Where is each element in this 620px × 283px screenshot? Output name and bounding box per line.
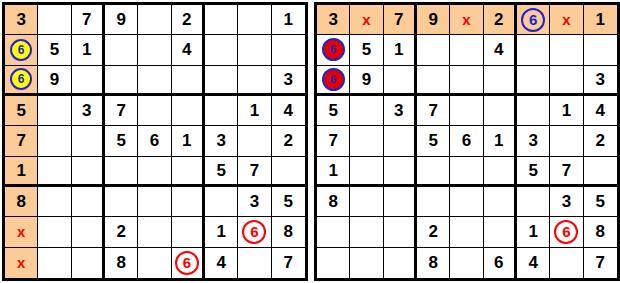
cell-r3c2[interactable]: 9: [350, 66, 383, 96]
given-digit: 1: [596, 11, 605, 28]
given-digit: 7: [562, 162, 571, 179]
cell-r2c7[interactable]: [517, 35, 550, 65]
cell-r6c5[interactable]: [138, 157, 171, 187]
cell-r6c6[interactable]: [172, 157, 205, 187]
given-digit: 9: [428, 11, 437, 28]
cell-r9c8[interactable]: [550, 248, 583, 278]
cell-r7c3[interactable]: [384, 187, 417, 217]
cell-r5c1[interactable]: 7: [5, 126, 38, 156]
cell-r3c8[interactable]: [550, 66, 583, 96]
given-digit: 7: [16, 132, 25, 149]
cell-r5c2[interactable]: [350, 126, 383, 156]
cell-r8c9[interactable]: 8: [272, 217, 305, 247]
cell-r4c7[interactable]: [205, 96, 238, 126]
cell-r1c9[interactable]: 1: [584, 5, 617, 35]
cell-r2c4[interactable]: [417, 35, 450, 65]
cell-r7c5[interactable]: [450, 187, 483, 217]
cell-r4c1[interactable]: 5: [317, 96, 350, 126]
cell-r6c5[interactable]: [450, 157, 483, 187]
given-digit: 1: [250, 102, 259, 119]
given-digit: 1: [528, 223, 537, 240]
cell-r7c9[interactable]: 5: [272, 187, 305, 217]
cell-r5c3[interactable]: [384, 126, 417, 156]
cell-r3c9[interactable]: 3: [584, 66, 617, 96]
cell-r5c6[interactable]: 1: [484, 126, 517, 156]
cell-r5c4[interactable]: 5: [105, 126, 138, 156]
cell-r2c5[interactable]: [450, 35, 483, 65]
cell-r9c1[interactable]: x: [5, 248, 38, 278]
given-digit: 3: [596, 71, 605, 88]
cell-r5c7[interactable]: 3: [517, 126, 550, 156]
cell-r7c6[interactable]: [484, 187, 517, 217]
given-digit: 6: [494, 254, 503, 271]
cell-r5c5[interactable]: 6: [138, 126, 171, 156]
cell-r7c2[interactable]: [350, 187, 383, 217]
cell-r5c8[interactable]: [550, 126, 583, 156]
given-digit: 1: [16, 162, 25, 179]
cell-r4c9[interactable]: 4: [584, 96, 617, 126]
given-digit: 7: [596, 254, 605, 271]
cell-r9c6[interactable]: 6: [172, 248, 205, 278]
cell-r4c2[interactable]: [350, 96, 383, 126]
cell-r8c6[interactable]: [484, 217, 517, 247]
cell-r1c8[interactable]: x: [550, 5, 583, 35]
cell-r3c6[interactable]: [172, 66, 205, 96]
cell-r9c2[interactable]: [38, 248, 71, 278]
given-digit: 3: [328, 11, 337, 28]
given-digit: 5: [328, 102, 337, 119]
given-digit: 7: [284, 254, 293, 271]
cell-r7c8[interactable]: 3: [550, 187, 583, 217]
candidate-6-red-filled-circle: 6: [322, 68, 345, 91]
cell-r8c8[interactable]: 6: [550, 217, 583, 247]
cell-r2c8[interactable]: [550, 35, 583, 65]
cell-r4c3[interactable]: 3: [72, 96, 105, 126]
cell-r9c8[interactable]: [238, 248, 271, 278]
cell-r3c3[interactable]: [384, 66, 417, 96]
eliminated-x-mark: x: [17, 224, 25, 239]
given-6-red-circle: 6: [242, 220, 266, 244]
cell-r8c7[interactable]: 1: [517, 217, 550, 247]
cell-r1c1[interactable]: 3: [317, 5, 350, 35]
cell-r6c7[interactable]: 5: [205, 157, 238, 187]
cell-r9c3[interactable]: [384, 248, 417, 278]
cell-r6c3[interactable]: [72, 157, 105, 187]
cell-r7c4[interactable]: [417, 187, 450, 217]
cell-r6c6[interactable]: [484, 157, 517, 187]
given-digit: 6: [150, 132, 159, 149]
cell-r6c1[interactable]: 1: [5, 157, 38, 187]
cell-r1c6[interactable]: 2: [484, 5, 517, 35]
given-digit: 2: [182, 11, 191, 28]
given-digit: 1: [82, 41, 91, 58]
cell-r3c5[interactable]: [450, 66, 483, 96]
given-digit: 8: [328, 193, 337, 210]
cell-r3c2[interactable]: 9: [38, 66, 71, 96]
given-digit: 4: [284, 102, 293, 119]
cell-r4c4[interactable]: 7: [105, 96, 138, 126]
cell-r8c4[interactable]: 2: [417, 217, 450, 247]
cell-r7c4[interactable]: [105, 187, 138, 217]
cell-r8c1[interactable]: x: [5, 217, 38, 247]
given-digit: 4: [182, 41, 191, 58]
cell-r9c5[interactable]: [450, 248, 483, 278]
cell-r9c7[interactable]: 4: [205, 248, 238, 278]
given-digit: 1: [562, 102, 571, 119]
cell-r5c9[interactable]: 2: [272, 126, 305, 156]
cell-r6c3[interactable]: [384, 157, 417, 187]
cell-r2c5[interactable]: [138, 35, 171, 65]
cell-r4c6[interactable]: [172, 96, 205, 126]
cell-r8c3[interactable]: [72, 217, 105, 247]
placed-6-blue-circle: 6: [521, 8, 545, 32]
cell-r4c9[interactable]: 4: [272, 96, 305, 126]
cell-r4c5[interactable]: [450, 96, 483, 126]
cell-r6c2[interactable]: [350, 157, 383, 187]
cell-r9c6[interactable]: 6: [484, 248, 517, 278]
cell-r5c5[interactable]: 6: [450, 126, 483, 156]
given-digit: 8: [16, 193, 25, 210]
cell-r7c9[interactable]: 5: [584, 187, 617, 217]
cell-r2c4[interactable]: [105, 35, 138, 65]
given-digit: 3: [82, 102, 91, 119]
cell-r4c1[interactable]: 5: [5, 96, 38, 126]
candidate-6-yellow-circle: 6: [10, 68, 32, 90]
cell-r5c6[interactable]: 1: [172, 126, 205, 156]
cell-r3c4[interactable]: [417, 66, 450, 96]
cell-r4c8[interactable]: 1: [238, 96, 271, 126]
given-digit: 4: [596, 102, 605, 119]
cell-r3c5[interactable]: [138, 66, 171, 96]
cell-r8c3[interactable]: [384, 217, 417, 247]
candidate-6-red-filled-circle: 6: [322, 38, 345, 61]
cell-r8c7[interactable]: 1: [205, 217, 238, 247]
given-digit: 5: [16, 102, 25, 119]
cell-r8c5[interactable]: [450, 217, 483, 247]
cell-r1c4[interactable]: 9: [417, 5, 450, 35]
cell-r1c5[interactable]: x: [450, 5, 483, 35]
cell-r6c9[interactable]: [272, 157, 305, 187]
given-digit: 9: [50, 71, 59, 88]
cell-r7c1[interactable]: 8: [317, 187, 350, 217]
cell-r7c6[interactable]: [172, 187, 205, 217]
cell-r4c8[interactable]: 1: [550, 96, 583, 126]
cell-r2c2[interactable]: 5: [38, 35, 71, 65]
candidate-6-yellow-circle: 6: [10, 39, 32, 61]
given-digit: 5: [362, 41, 371, 58]
cell-r7c8[interactable]: 3: [238, 187, 271, 217]
cell-r2c7[interactable]: [205, 35, 238, 65]
cell-r9c9[interactable]: 7: [272, 248, 305, 278]
cell-r6c4[interactable]: [105, 157, 138, 187]
cell-r1c8[interactable]: [238, 5, 271, 35]
cell-r5c1[interactable]: 7: [317, 126, 350, 156]
cell-r2c8[interactable]: [238, 35, 271, 65]
given-digit: 1: [284, 11, 293, 28]
cell-r8c9[interactable]: 8: [584, 217, 617, 247]
given-digit: 7: [394, 11, 403, 28]
sudoku-diagram: 37921651469353714756132157835x2168x8647 …: [0, 0, 620, 281]
given-digit: 3: [216, 132, 225, 149]
cell-r4c2[interactable]: [38, 96, 71, 126]
given-digit: 6: [462, 132, 471, 149]
given-digit: 1: [494, 132, 503, 149]
given-digit: 7: [428, 102, 437, 119]
cell-r6c8[interactable]: 7: [238, 157, 271, 187]
eliminated-x-mark: x: [362, 12, 370, 27]
given-digit: 5: [528, 162, 537, 179]
cell-r3c7[interactable]: [517, 66, 550, 96]
given-digit: 5: [50, 41, 59, 58]
cell-r8c4[interactable]: 2: [105, 217, 138, 247]
cell-r3c6[interactable]: [484, 66, 517, 96]
cell-r3c3[interactable]: [72, 66, 105, 96]
cell-r6c8[interactable]: 7: [550, 157, 583, 187]
cell-r8c5[interactable]: [138, 217, 171, 247]
given-digit: 5: [428, 132, 437, 149]
cell-r3c9[interactable]: 3: [272, 66, 305, 96]
cell-r7c2[interactable]: [38, 187, 71, 217]
eliminated-x-mark: x: [462, 12, 470, 27]
given-6-red-circle: 6: [554, 220, 578, 244]
given-digit: 8: [284, 223, 293, 240]
given-digit: 3: [528, 132, 537, 149]
cell-r1c6[interactable]: 2: [172, 5, 205, 35]
cell-r5c9[interactable]: 2: [584, 126, 617, 156]
cell-r3c4[interactable]: [105, 66, 138, 96]
given-digit: 1: [394, 41, 403, 58]
given-digit: 1: [216, 223, 225, 240]
given-digit: 2: [284, 132, 293, 149]
given-digit: 2: [428, 223, 437, 240]
cell-r2c3[interactable]: 1: [384, 35, 417, 65]
given-digit: 3: [16, 11, 25, 28]
cell-r2c1[interactable]: 6: [317, 35, 350, 65]
cell-r2c1[interactable]: 6: [5, 35, 38, 65]
cell-r8c8[interactable]: 6: [238, 217, 271, 247]
given-digit: 5: [216, 162, 225, 179]
cell-r2c2[interactable]: 5: [350, 35, 383, 65]
eliminated-x-mark: x: [562, 12, 570, 27]
given-digit: 2: [494, 11, 503, 28]
given-digit: 7: [250, 162, 259, 179]
cell-r9c4[interactable]: 8: [417, 248, 450, 278]
cell-r3c1[interactable]: 6: [317, 66, 350, 96]
given-digit: 8: [596, 223, 605, 240]
cell-r4c6[interactable]: [484, 96, 517, 126]
cell-r8c6[interactable]: [172, 217, 205, 247]
cell-r7c3[interactable]: [72, 187, 105, 217]
cell-r4c5[interactable]: [138, 96, 171, 126]
given-digit: 8: [116, 254, 125, 271]
given-digit: 3: [284, 71, 293, 88]
cell-r1c2[interactable]: [38, 5, 71, 35]
cell-r8c1[interactable]: [317, 217, 350, 247]
cell-r5c8[interactable]: [238, 126, 271, 156]
cell-r1c9[interactable]: 1: [272, 5, 305, 35]
cell-r1c5[interactable]: [138, 5, 171, 35]
cell-r4c4[interactable]: 7: [417, 96, 450, 126]
given-digit: 3: [250, 193, 259, 210]
cell-r8c2[interactable]: [350, 217, 383, 247]
given-digit: 9: [116, 11, 125, 28]
given-digit: 7: [82, 11, 91, 28]
given-6-red-circle: 6: [175, 251, 199, 275]
cell-r5c3[interactable]: [72, 126, 105, 156]
cell-r2c9[interactable]: [272, 35, 305, 65]
cell-r6c2[interactable]: [38, 157, 71, 187]
sudoku-board-left: 37921651469353714756132157835x2168x8647: [2, 2, 308, 281]
given-digit: 1: [328, 162, 337, 179]
cell-r9c5[interactable]: [138, 248, 171, 278]
cell-r4c7[interactable]: [517, 96, 550, 126]
cell-r2c3[interactable]: 1: [72, 35, 105, 65]
cell-r1c3[interactable]: 7: [72, 5, 105, 35]
given-digit: 2: [596, 132, 605, 149]
cell-r9c1[interactable]: [317, 248, 350, 278]
given-digit: 4: [494, 41, 503, 58]
cell-r7c5[interactable]: [138, 187, 171, 217]
given-digit: 8: [428, 254, 437, 271]
cell-r7c7[interactable]: [205, 187, 238, 217]
cell-r1c1[interactable]: 3: [5, 5, 38, 35]
cell-r5c7[interactable]: 3: [205, 126, 238, 156]
cell-r6c7[interactable]: 5: [517, 157, 550, 187]
cell-r3c8[interactable]: [238, 66, 271, 96]
given-digit: 1: [182, 132, 191, 149]
cell-r2c6[interactable]: 4: [172, 35, 205, 65]
cell-r4c3[interactable]: 3: [384, 96, 417, 126]
cell-r9c9[interactable]: 7: [584, 248, 617, 278]
cell-r6c1[interactable]: 1: [317, 157, 350, 187]
cell-r9c3[interactable]: [72, 248, 105, 278]
given-digit: 4: [528, 254, 537, 271]
cell-r2c9[interactable]: [584, 35, 617, 65]
cell-r9c4[interactable]: 8: [105, 248, 138, 278]
given-digit: 7: [116, 102, 125, 119]
given-digit: 9: [362, 71, 371, 88]
cell-r5c4[interactable]: 5: [417, 126, 450, 156]
given-digit: 2: [116, 223, 125, 240]
cell-r1c7[interactable]: [205, 5, 238, 35]
cell-r6c9[interactable]: [584, 157, 617, 187]
cell-r3c1[interactable]: 6: [5, 66, 38, 96]
cell-r3c7[interactable]: [205, 66, 238, 96]
cell-r1c4[interactable]: 9: [105, 5, 138, 35]
cell-r9c7[interactable]: 4: [517, 248, 550, 278]
given-digit: 5: [116, 132, 125, 149]
given-digit: 5: [284, 193, 293, 210]
cell-r7c1[interactable]: 8: [5, 187, 38, 217]
given-digit: 5: [596, 193, 605, 210]
cell-r7c7[interactable]: [517, 187, 550, 217]
cell-r1c7[interactable]: 6: [517, 5, 550, 35]
cell-r1c3[interactable]: 7: [384, 5, 417, 35]
given-digit: 4: [216, 254, 225, 271]
given-digit: 3: [394, 102, 403, 119]
cell-r5c2[interactable]: [38, 126, 71, 156]
cell-r8c2[interactable]: [38, 217, 71, 247]
cell-r6c4[interactable]: [417, 157, 450, 187]
sudoku-board-right: 3x79x26x16514693537147561321578352168864…: [314, 2, 620, 281]
cell-r1c2[interactable]: x: [350, 5, 383, 35]
given-digit: 7: [328, 132, 337, 149]
cell-r9c2[interactable]: [350, 248, 383, 278]
cell-r2c6[interactable]: 4: [484, 35, 517, 65]
given-digit: 3: [562, 193, 571, 210]
eliminated-x-mark: x: [17, 255, 25, 270]
